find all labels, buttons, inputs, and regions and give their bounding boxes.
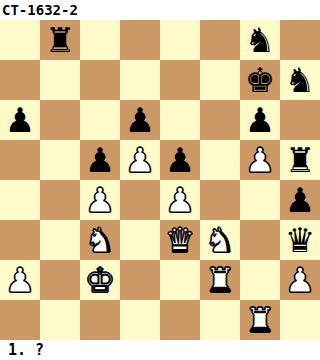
piece-white-rook: ♜	[205, 260, 235, 300]
piece-white-knight: ♞	[205, 220, 235, 260]
piece-black-knight: ♞	[285, 60, 315, 100]
puzzle-title: CT-1632-2	[2, 2, 78, 18]
piece-black-rook: ♜	[285, 140, 315, 180]
square-e7[interactable]	[160, 60, 200, 100]
piece-black-rook: ♜	[45, 20, 75, 60]
square-f4[interactable]	[200, 180, 240, 220]
square-b5[interactable]	[40, 140, 80, 180]
square-c1[interactable]	[80, 300, 120, 340]
square-h5[interactable]: ♜	[280, 140, 320, 180]
piece-white-knight: ♞	[85, 220, 115, 260]
square-g2[interactable]	[240, 260, 280, 300]
square-b8[interactable]: ♜	[40, 20, 80, 60]
square-e3[interactable]: ♛	[160, 220, 200, 260]
piece-black-knight: ♞	[245, 20, 275, 60]
square-c4[interactable]: ♟	[80, 180, 120, 220]
square-a7[interactable]	[0, 60, 40, 100]
square-g8[interactable]: ♞	[240, 20, 280, 60]
square-e8[interactable]	[160, 20, 200, 60]
square-g5[interactable]: ♟	[240, 140, 280, 180]
square-d1[interactable]	[120, 300, 160, 340]
square-b4[interactable]	[40, 180, 80, 220]
piece-black-queen: ♛	[285, 220, 315, 260]
square-e1[interactable]	[160, 300, 200, 340]
square-a2[interactable]: ♟	[0, 260, 40, 300]
square-g4[interactable]	[240, 180, 280, 220]
piece-black-pawn: ♟	[285, 180, 315, 220]
footer: 1. ?	[0, 340, 320, 360]
piece-white-king: ♚	[85, 260, 115, 300]
square-d7[interactable]	[120, 60, 160, 100]
piece-black-pawn: ♟	[5, 100, 35, 140]
square-f3[interactable]: ♞	[200, 220, 240, 260]
square-f8[interactable]	[200, 20, 240, 60]
move-prompt: 1. ?	[8, 341, 44, 359]
square-e6[interactable]	[160, 100, 200, 140]
square-c3[interactable]: ♞	[80, 220, 120, 260]
piece-black-pawn: ♟	[245, 100, 275, 140]
square-b7[interactable]	[40, 60, 80, 100]
square-d2[interactable]	[120, 260, 160, 300]
square-a1[interactable]	[0, 300, 40, 340]
square-c8[interactable]	[80, 20, 120, 60]
square-e4[interactable]: ♟	[160, 180, 200, 220]
header: CT-1632-2	[0, 0, 320, 20]
square-h3[interactable]: ♛	[280, 220, 320, 260]
square-b1[interactable]	[40, 300, 80, 340]
square-f7[interactable]	[200, 60, 240, 100]
square-d6[interactable]: ♟	[120, 100, 160, 140]
piece-black-pawn: ♟	[125, 100, 155, 140]
square-h1[interactable]	[280, 300, 320, 340]
square-g3[interactable]	[240, 220, 280, 260]
piece-white-queen: ♛	[165, 220, 195, 260]
square-h4[interactable]: ♟	[280, 180, 320, 220]
piece-white-pawn: ♟	[245, 140, 275, 180]
square-e2[interactable]	[160, 260, 200, 300]
square-d5[interactable]: ♟	[120, 140, 160, 180]
square-h2[interactable]: ♟	[280, 260, 320, 300]
square-g7[interactable]: ♚	[240, 60, 280, 100]
square-c7[interactable]	[80, 60, 120, 100]
square-a5[interactable]	[0, 140, 40, 180]
square-g1[interactable]: ♜	[240, 300, 280, 340]
square-a8[interactable]	[0, 20, 40, 60]
chess-board: ♜♞♚♞♟♟♟♟♟♟♟♜♟♟♟♞♛♞♛♟♚♜♟♜	[0, 20, 320, 340]
square-b2[interactable]	[40, 260, 80, 300]
piece-white-rook: ♜	[245, 300, 275, 340]
piece-white-pawn: ♟	[285, 260, 315, 300]
square-f6[interactable]	[200, 100, 240, 140]
piece-white-pawn: ♟	[5, 260, 35, 300]
square-a3[interactable]	[0, 220, 40, 260]
square-d8[interactable]	[120, 20, 160, 60]
square-c5[interactable]: ♟	[80, 140, 120, 180]
square-a6[interactable]: ♟	[0, 100, 40, 140]
square-f1[interactable]	[200, 300, 240, 340]
piece-black-pawn: ♟	[85, 140, 115, 180]
piece-white-pawn: ♟	[165, 180, 195, 220]
square-d4[interactable]	[120, 180, 160, 220]
square-c2[interactable]: ♚	[80, 260, 120, 300]
square-g6[interactable]: ♟	[240, 100, 280, 140]
square-f5[interactable]	[200, 140, 240, 180]
square-d3[interactable]	[120, 220, 160, 260]
piece-black-king: ♚	[245, 60, 275, 100]
square-a4[interactable]	[0, 180, 40, 220]
piece-black-pawn: ♟	[165, 140, 195, 180]
chess-puzzle-page: CT-1632-2 ♜♞♚♞♟♟♟♟♟♟♟♜♟♟♟♞♛♞♛♟♚♜♟♜ 1. ?	[0, 0, 320, 360]
piece-white-pawn: ♟	[85, 180, 115, 220]
square-b6[interactable]	[40, 100, 80, 140]
square-h7[interactable]: ♞	[280, 60, 320, 100]
square-b3[interactable]	[40, 220, 80, 260]
piece-white-pawn: ♟	[125, 140, 155, 180]
square-e5[interactable]: ♟	[160, 140, 200, 180]
square-f2[interactable]: ♜	[200, 260, 240, 300]
square-h6[interactable]	[280, 100, 320, 140]
square-c6[interactable]	[80, 100, 120, 140]
square-h8[interactable]	[280, 20, 320, 60]
